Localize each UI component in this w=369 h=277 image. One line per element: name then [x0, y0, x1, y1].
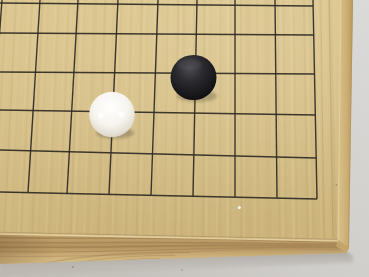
dust-speck-1: [238, 206, 241, 209]
white-stone-highlight-1: [99, 113, 104, 118]
dust-speck-4: [181, 269, 183, 271]
surface-sheen: [0, 0, 341, 240]
go-board-photo: [0, 0, 369, 277]
white-stone: [89, 92, 135, 138]
white-stone-highlight-2: [119, 112, 124, 117]
board: [0, 0, 353, 271]
dust-speck-3: [72, 266, 74, 268]
dust-speck-2: [336, 184, 338, 186]
black-stone-rim-light: [178, 59, 202, 70]
